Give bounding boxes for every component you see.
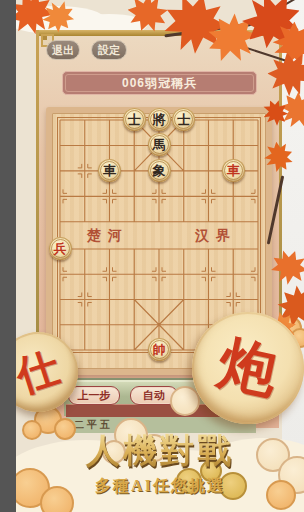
piece-char: 士: [177, 113, 190, 126]
cloud-swirl: [170, 386, 200, 416]
piece-red-soldier[interactable]: 兵: [49, 237, 72, 260]
river-label-han: 汉界: [195, 227, 237, 245]
piece-char: 士: [128, 113, 141, 126]
decor-piece-pao-char: 炮: [214, 334, 283, 403]
piece-char: 象: [153, 164, 166, 177]
piece-char: 兵: [54, 242, 67, 255]
game-screen: 退出 設定 006弱冠稱兵 楚河 汉界 士將士馬車象車兵帥 上一步 自动 二平五…: [16, 0, 304, 512]
stage-title: 006弱冠稱兵: [65, 74, 254, 92]
piece-black-chariot[interactable]: 車: [98, 159, 121, 182]
piece-char: 帥: [153, 343, 166, 356]
stage-title-banner: 006弱冠稱兵: [62, 71, 257, 95]
promo-title: 人機對戰: [16, 428, 304, 474]
piece-red-general[interactable]: 帥: [148, 338, 171, 361]
piece-red-chariot[interactable]: 車: [222, 159, 245, 182]
piece-black-horse[interactable]: 馬: [148, 133, 171, 156]
piece-black-elephant[interactable]: 象: [148, 159, 171, 182]
piece-black-general[interactable]: 將: [148, 108, 171, 131]
promo-subtitle: 多種AI任您挑選: [16, 476, 304, 497]
piece-char: 車: [227, 164, 240, 177]
piece-char: 將: [153, 113, 166, 126]
piece-black-advisor-left[interactable]: 士: [123, 108, 146, 131]
piece-char: 馬: [153, 138, 166, 151]
exit-button[interactable]: 退出: [46, 40, 80, 60]
settings-button[interactable]: 設定: [91, 40, 127, 60]
decor-piece-shi-char: 仕: [16, 346, 64, 399]
undo-button[interactable]: 上一步: [68, 386, 120, 405]
piece-char: 車: [103, 164, 116, 177]
river-label-chu: 楚河: [87, 227, 129, 245]
